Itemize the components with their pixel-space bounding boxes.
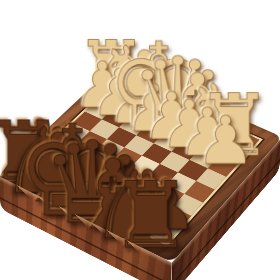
piece-black-rook[interactable]: ♜ bbox=[110, 169, 192, 261]
square-a2[interactable]: ♟ bbox=[219, 144, 248, 165]
chess-board-box: ♜♞♝♚♛♝♞♜♟♟♟♟♟♟♟♟♟♟♟♟♟♟♟♟♜♞♝♚♛♝♞♜ bbox=[0, 64, 280, 263]
scene: ♜♞♝♚♛♝♞♜♟♟♟♟♟♟♟♟♟♟♟♟♟♟♟♟♜♞♝♚♛♝♞♜ bbox=[0, 0, 280, 280]
square-a8[interactable]: ♜ bbox=[148, 220, 179, 243]
piece-white-pawn[interactable]: ♟ bbox=[196, 108, 256, 174]
photo-canvas: ♜♞♝♚♛♝♞♜♟♟♟♟♟♟♟♟♟♟♟♟♟♟♟♟♜♞♝♚♛♝♞♜ bbox=[0, 0, 280, 280]
board-frame: ♜♞♝♚♛♝♞♜♟♟♟♟♟♟♟♟♟♟♟♟♟♟♟♟♜♞♝♚♛♝♞♜ bbox=[0, 64, 280, 263]
